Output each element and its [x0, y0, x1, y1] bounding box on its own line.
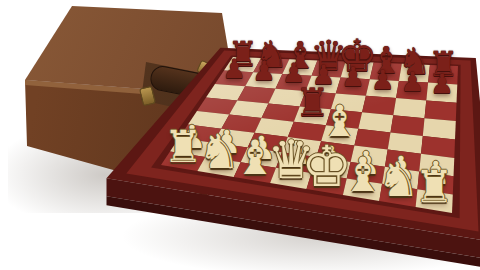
chess-board	[0, 0, 480, 270]
scene: ♜♞♝♛♚♝♞♜♟♟♟♟♟♟♟♟♜♝♟♟♟♟♟♟♟♟♜♞♝♛♚♝♞♜	[0, 0, 480, 270]
